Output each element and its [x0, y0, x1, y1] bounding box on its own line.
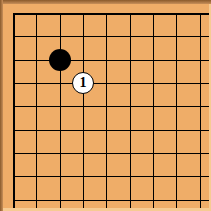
white-stone-1[interactable]: 1: [72, 72, 94, 94]
intersection[interactable]: [176, 83, 199, 106]
intersection[interactable]: [36, 130, 59, 153]
intersection[interactable]: [36, 13, 59, 36]
board-grid: [13, 13, 211, 211]
intersection[interactable]: [130, 176, 153, 199]
intersection[interactable]: [153, 106, 176, 129]
intersection[interactable]: [176, 36, 199, 59]
intersection[interactable]: [13, 176, 36, 199]
intersection[interactable]: [153, 60, 176, 83]
intersection[interactable]: [36, 83, 59, 106]
intersection[interactable]: [130, 153, 153, 176]
intersection[interactable]: [83, 13, 106, 36]
intersection[interactable]: [153, 83, 176, 106]
intersection[interactable]: [153, 130, 176, 153]
intersection[interactable]: [153, 153, 176, 176]
intersection[interactable]: [176, 176, 199, 199]
intersection[interactable]: [36, 176, 59, 199]
intersection[interactable]: [60, 176, 83, 199]
intersection[interactable]: [176, 153, 199, 176]
intersection[interactable]: [13, 106, 36, 129]
intersection[interactable]: [153, 36, 176, 59]
intersection[interactable]: [106, 60, 129, 83]
intersection[interactable]: [36, 153, 59, 176]
intersection[interactable]: [176, 130, 199, 153]
intersection[interactable]: [176, 13, 199, 36]
intersection[interactable]: [13, 13, 36, 36]
intersection[interactable]: [60, 13, 83, 36]
board-edge-highlight-bottom: [0, 208, 211, 211]
intersection[interactable]: [176, 106, 199, 129]
intersection[interactable]: [106, 36, 129, 59]
move-number-label: 1: [79, 76, 86, 90]
intersection[interactable]: [130, 60, 153, 83]
intersection[interactable]: [106, 130, 129, 153]
board-edge-shadow-left: [0, 0, 3, 211]
intersection[interactable]: [153, 176, 176, 199]
board-edge-shadow-top: [0, 0, 211, 4]
intersection[interactable]: [83, 153, 106, 176]
intersection[interactable]: [106, 153, 129, 176]
intersection[interactable]: [130, 83, 153, 106]
go-board-diagram: 1: [0, 0, 211, 211]
intersection[interactable]: [106, 83, 129, 106]
board-edge-highlight-right: [209, 0, 211, 211]
intersection[interactable]: [176, 60, 199, 83]
intersection[interactable]: [13, 83, 36, 106]
intersection[interactable]: [106, 13, 129, 36]
intersection[interactable]: [106, 176, 129, 199]
intersection[interactable]: [13, 60, 36, 83]
intersection[interactable]: [60, 153, 83, 176]
intersection[interactable]: [60, 106, 83, 129]
intersection[interactable]: [36, 106, 59, 129]
intersection[interactable]: [83, 176, 106, 199]
intersection[interactable]: [13, 153, 36, 176]
intersection[interactable]: [153, 13, 176, 36]
intersection[interactable]: [130, 36, 153, 59]
intersection[interactable]: [130, 106, 153, 129]
black-stone[interactable]: [49, 49, 71, 71]
intersection[interactable]: [130, 13, 153, 36]
intersection[interactable]: [13, 36, 36, 59]
intersection[interactable]: [83, 106, 106, 129]
intersection[interactable]: [13, 130, 36, 153]
intersection[interactable]: [83, 36, 106, 59]
intersection[interactable]: [60, 130, 83, 153]
intersection[interactable]: [83, 130, 106, 153]
intersection[interactable]: [106, 106, 129, 129]
intersection[interactable]: [130, 130, 153, 153]
